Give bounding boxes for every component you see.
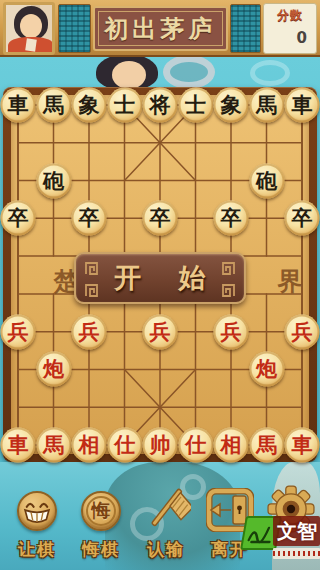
score-label: 分数 [270,7,310,24]
piece-red[interactable]: 仕 [178,427,213,462]
piece-black[interactable]: 馬 [36,88,71,123]
scroll-ornament-icon [84,261,99,276]
piece-red[interactable]: 兵 [143,314,178,349]
smile-icon [17,491,57,531]
watermark: 文智 [243,510,320,562]
score-card: 分数 0 [263,3,317,54]
piece-red[interactable]: 相 [72,427,107,462]
piece-red[interactable]: 帅 [143,427,178,462]
score-value: 0 [270,29,310,47]
piece-black[interactable]: 車 [1,88,36,123]
background-girl-hair [96,54,158,90]
level-title: 初出茅庐 [105,13,217,45]
piece-black[interactable]: 卒 [143,201,178,236]
decor-panel-left [58,4,91,53]
piece-black[interactable]: 士 [178,88,213,123]
piece-red[interactable]: 炮 [249,352,284,387]
piece-red[interactable]: 相 [214,427,249,462]
piece-red[interactable]: 馬 [36,427,71,462]
undo-label[interactable]: 悔棋 [69,538,133,561]
flag-icon [141,482,191,534]
piece-red[interactable]: 馬 [249,427,284,462]
piece-black[interactable]: 馬 [249,88,284,123]
resign-button[interactable] [141,482,191,538]
river-text-jie: 界 [275,265,305,298]
watermark-text: 文智 [274,518,320,545]
regret-char: 悔 [92,498,111,524]
piece-black[interactable]: 卒 [285,201,320,236]
piece-red[interactable]: 兵 [1,314,36,349]
piece-black[interactable]: 士 [107,88,142,123]
piece-black[interactable]: 卒 [72,201,107,236]
undo-button[interactable]: 悔 [81,491,121,531]
piece-red[interactable]: 炮 [36,352,71,387]
start-button-label: 开 始 [100,260,219,296]
background-ornament [163,55,215,89]
piece-red[interactable]: 仕 [107,427,142,462]
piece-black[interactable]: 車 [285,88,320,123]
scroll-ornament-icon [221,283,236,298]
piece-black[interactable]: 卒 [1,201,36,236]
level-title-plaque: 初出茅庐 [93,6,228,51]
piece-red[interactable]: 車 [1,427,36,462]
piece-red[interactable]: 兵 [285,314,320,349]
watermark-url-strip [273,548,320,559]
background-swirl [250,60,290,86]
resign-label[interactable]: 认输 [134,538,198,561]
avatar-face [20,14,42,38]
piece-red[interactable]: 兵 [214,314,249,349]
avatar-collar [25,38,37,51]
piece-black[interactable]: 象 [214,88,249,123]
decor-panel-right [230,4,261,53]
concede-button[interactable] [17,491,57,531]
regret-icon: 悔 [81,491,121,531]
piece-red[interactable]: 兵 [72,314,107,349]
piece-black[interactable]: 砲 [249,163,284,198]
piece-black[interactable]: 卒 [214,201,249,236]
top-bar: 初出茅庐 分数 0 [0,0,320,57]
concede-label[interactable]: 让棋 [5,538,69,561]
piece-red[interactable]: 車 [285,427,320,462]
scroll-ornament-icon [221,261,236,276]
piece-black[interactable]: 砲 [36,163,71,198]
scroll-ornament-icon [84,283,99,298]
background-girl-face [112,61,146,89]
xiangqi-game-screen: 初出茅庐 分数 0 楚 河 汉 界 車馬象士将士象馬車砲砲卒卒卒卒卒兵兵兵兵兵炮… [0,0,320,570]
start-button[interactable]: 开 始 [74,252,246,304]
piece-black[interactable]: 象 [72,88,107,123]
player-avatar [3,2,55,55]
piece-black[interactable]: 将 [143,88,178,123]
